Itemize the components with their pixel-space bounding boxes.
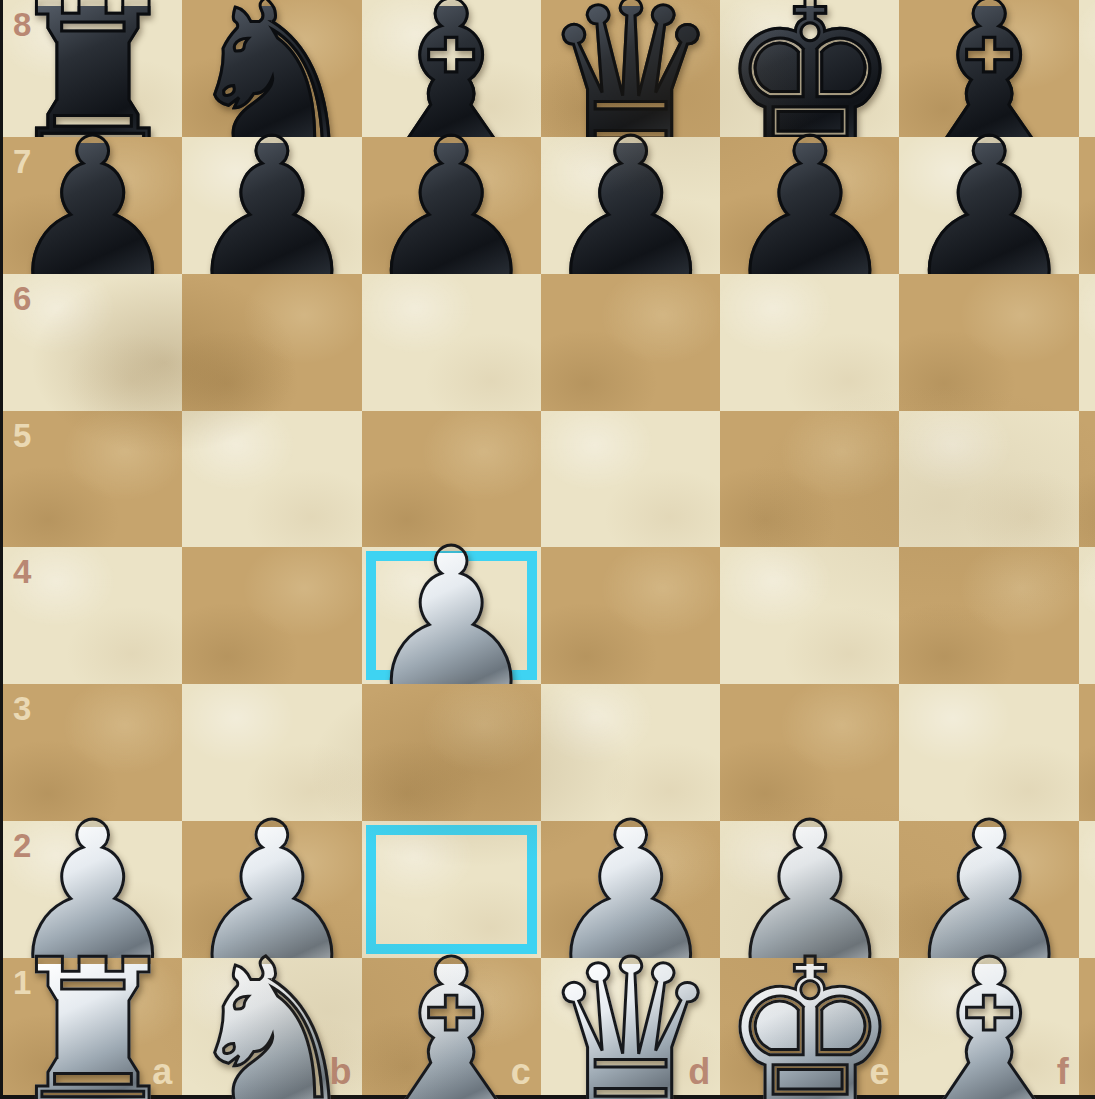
square-f6[interactable] [899, 274, 1078, 411]
black-pawn[interactable]: ♟ [182, 143, 361, 280]
white-pawn[interactable]: ♟ [362, 553, 541, 690]
square-e4[interactable] [720, 547, 899, 684]
square-d6[interactable] [541, 274, 720, 411]
square-g4[interactable] [1079, 547, 1095, 684]
square-e1[interactable]: ♚e [720, 958, 899, 1095]
square-c6[interactable] [362, 274, 541, 411]
square-g6[interactable] [1079, 274, 1095, 411]
square-f7[interactable]: ♟ [899, 137, 1078, 274]
rank-label-4: 4 [13, 553, 31, 591]
black-pawn[interactable]: ♟ [362, 143, 541, 280]
square-a5[interactable]: 5 [3, 411, 182, 548]
square-g7[interactable]: ♟ [1079, 137, 1095, 274]
rank-label-7: 7 [13, 143, 31, 181]
square-d7[interactable]: ♟ [541, 137, 720, 274]
square-b1[interactable]: ♞b [182, 958, 361, 1095]
chess-board: ♜8♞♝♛♚♝♞♜♟7♟♟♟♟♟♟♟654♟3♟2♟♟♟♟♟♟♜1a♞b♝c♛d… [3, 0, 1093, 1095]
black-pawn[interactable]: ♟ [1079, 143, 1095, 280]
rank-label-3: 3 [13, 690, 31, 728]
square-b7[interactable]: ♟ [182, 137, 361, 274]
square-e7[interactable]: ♟ [720, 137, 899, 274]
square-c7[interactable]: ♟ [362, 137, 541, 274]
square-a4[interactable]: 4 [3, 547, 182, 684]
square-b4[interactable] [182, 547, 361, 684]
square-b5[interactable] [182, 411, 361, 548]
white-bishop[interactable]: ♝ [899, 964, 1078, 1099]
file-label-f: f [1057, 1051, 1069, 1093]
square-g1[interactable]: ♞g [1079, 958, 1095, 1095]
square-d5[interactable] [541, 411, 720, 548]
square-a1[interactable]: ♜1a [3, 958, 182, 1095]
rank-label-5: 5 [13, 417, 31, 455]
chess-board-screen: ♜8♞♝♛♚♝♞♜♟7♟♟♟♟♟♟♟654♟3♟2♟♟♟♟♟♟♜1a♞b♝c♛d… [0, 0, 1095, 1099]
black-pawn[interactable]: ♟ [541, 143, 720, 280]
square-f5[interactable] [899, 411, 1078, 548]
square-b6[interactable] [182, 274, 361, 411]
file-label-a: a [152, 1051, 172, 1093]
square-a6[interactable]: 6 [3, 274, 182, 411]
square-d1[interactable]: ♛d [541, 958, 720, 1095]
square-e5[interactable] [720, 411, 899, 548]
square-a7[interactable]: ♟7 [3, 137, 182, 274]
square-c1[interactable]: ♝c [362, 958, 541, 1095]
square-c4[interactable]: ♟ [362, 547, 541, 684]
white-knight[interactable]: ♞ [1079, 964, 1095, 1099]
file-label-d: d [688, 1051, 710, 1093]
square-c3[interactable] [362, 684, 541, 821]
black-pawn[interactable]: ♟ [720, 143, 899, 280]
square-g5[interactable] [1079, 411, 1095, 548]
file-label-b: b [330, 1051, 352, 1093]
rank-label-1: 1 [13, 964, 31, 1002]
file-label-c: c [511, 1051, 531, 1093]
rank-label-6: 6 [13, 280, 31, 318]
black-pawn[interactable]: ♟ [899, 143, 1078, 280]
square-d4[interactable] [541, 547, 720, 684]
file-label-e: e [869, 1051, 889, 1093]
square-f4[interactable] [899, 547, 1078, 684]
rank-label-2: 2 [13, 827, 31, 865]
rank-label-8: 8 [13, 6, 31, 44]
square-e6[interactable] [720, 274, 899, 411]
square-f1[interactable]: ♝f [899, 958, 1078, 1095]
